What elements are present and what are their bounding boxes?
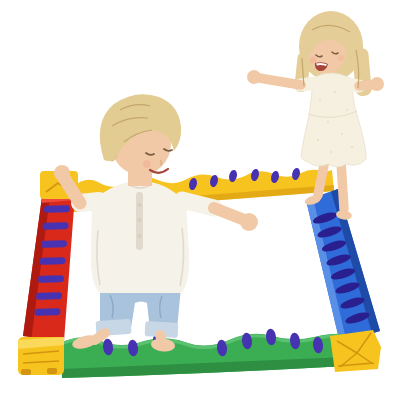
beam-dot bbox=[41, 240, 67, 248]
girl-left-hand bbox=[370, 77, 384, 91]
product-photo bbox=[0, 0, 400, 400]
button bbox=[138, 218, 142, 222]
beam-dot bbox=[39, 257, 65, 265]
girl-right-hand bbox=[247, 70, 261, 84]
beam-dot bbox=[42, 222, 68, 230]
girl-blush bbox=[338, 55, 344, 61]
boy-blush bbox=[143, 160, 151, 168]
connector-foot bbox=[47, 368, 57, 374]
connector-block bbox=[330, 330, 381, 372]
girl-leg bbox=[341, 162, 344, 209]
boy-right-fist bbox=[54, 165, 70, 181]
girl-blush bbox=[310, 57, 317, 64]
beam-dot bbox=[36, 292, 62, 300]
button bbox=[138, 234, 142, 238]
corner-connector-bottom-right bbox=[330, 330, 381, 372]
corner-connector-bottom-left bbox=[18, 337, 64, 375]
button bbox=[138, 203, 142, 207]
boy-left-fist bbox=[240, 213, 258, 231]
photo-canvas bbox=[0, 0, 400, 400]
beam-dot bbox=[44, 205, 70, 213]
beam-dot bbox=[34, 308, 60, 316]
boy-shirt-placket bbox=[136, 192, 143, 250]
beam-dot bbox=[38, 275, 64, 283]
connector-foot bbox=[21, 369, 31, 375]
